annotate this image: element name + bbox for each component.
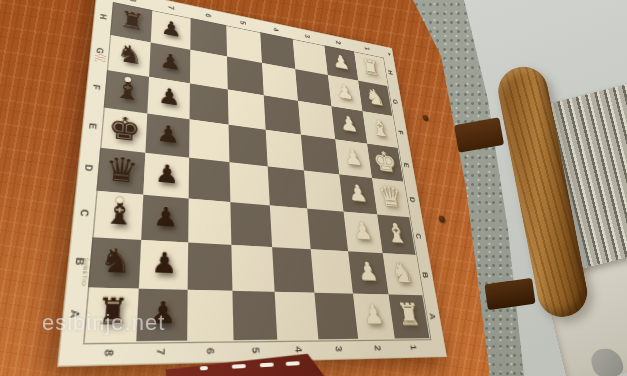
mat-corner bbox=[59, 342, 84, 366]
square-c6 bbox=[188, 199, 231, 245]
square-e8: ♚ bbox=[100, 108, 147, 153]
square-b7: ♟ bbox=[139, 240, 187, 290]
square-c4 bbox=[270, 205, 311, 249]
piece-black-knight: ♞ bbox=[98, 243, 133, 278]
square-c5 bbox=[230, 202, 272, 247]
square-e3 bbox=[301, 135, 339, 175]
square-b5 bbox=[231, 245, 275, 292]
clock-button-mark-2 bbox=[232, 364, 246, 369]
piece-black-pawn: ♟ bbox=[152, 203, 178, 231]
piece-black-king: ♚ bbox=[107, 111, 142, 146]
piece-black-queen: ♛ bbox=[103, 151, 139, 188]
square-e6 bbox=[189, 119, 230, 162]
square-e5 bbox=[228, 125, 267, 167]
square-c3 bbox=[307, 209, 347, 252]
square-d4 bbox=[268, 166, 308, 208]
square-e4 bbox=[266, 130, 305, 171]
square-b4 bbox=[272, 247, 315, 293]
piece-white-pawn: ♟ bbox=[352, 219, 374, 244]
square-d8: ♛ bbox=[96, 148, 145, 195]
square-f4 bbox=[264, 95, 301, 134]
square-f5 bbox=[228, 89, 266, 129]
square-f3 bbox=[298, 101, 335, 139]
piece-white-pawn: ♟ bbox=[343, 146, 364, 169]
piece-black-pawn: ♟ bbox=[157, 84, 180, 109]
piece-black-rook: ♜ bbox=[118, 7, 145, 35]
piece-black-knight: ♞ bbox=[115, 40, 143, 69]
square-b3 bbox=[311, 249, 353, 293]
square-e7: ♟ bbox=[146, 114, 189, 158]
square-c7: ♟ bbox=[141, 195, 188, 243]
piece-white-pawn: ♟ bbox=[347, 181, 368, 205]
mat-corner bbox=[429, 338, 446, 356]
clock-button-mark-3 bbox=[260, 363, 274, 368]
file-label-right-B: B bbox=[407, 267, 443, 284]
square-b6 bbox=[187, 242, 232, 290]
file-label-right-A: A bbox=[414, 308, 451, 324]
square-f6 bbox=[189, 83, 228, 124]
clock-button-mark-4 bbox=[286, 361, 300, 366]
corner-arrow-icon: ➤ bbox=[386, 52, 392, 57]
piece-black-pawn: ♟ bbox=[160, 17, 182, 40]
watermark: esibinje.net bbox=[42, 310, 165, 336]
square-d5 bbox=[229, 162, 270, 205]
mat-corner bbox=[97, 0, 114, 2]
piece-black-pawn: ♟ bbox=[150, 248, 177, 278]
square-f7: ♟ bbox=[148, 77, 190, 119]
square-d7: ♟ bbox=[144, 153, 189, 199]
square-d3 bbox=[304, 170, 343, 211]
piece-white-pawn: ♟ bbox=[335, 81, 355, 102]
piece-black-pawn: ♟ bbox=[159, 50, 182, 74]
piece-white-pawn: ♟ bbox=[356, 259, 379, 285]
square-f8: ♝ bbox=[104, 70, 150, 113]
piece-white-pawn: ♟ bbox=[331, 52, 350, 73]
pencil-marks bbox=[95, 53, 107, 62]
piece-black-pawn: ♟ bbox=[156, 121, 180, 147]
file-label-right-C: C bbox=[401, 228, 436, 245]
square-d6 bbox=[188, 158, 230, 203]
piece-white-pawn: ♟ bbox=[339, 113, 359, 135]
square-c8: ♝ bbox=[92, 191, 143, 240]
square-b8: ♞ bbox=[88, 237, 141, 288]
piece-white-pawn: ♟ bbox=[361, 301, 385, 328]
piece-black-pawn: ♟ bbox=[154, 161, 179, 188]
clock-button-mark-1 bbox=[200, 366, 208, 370]
